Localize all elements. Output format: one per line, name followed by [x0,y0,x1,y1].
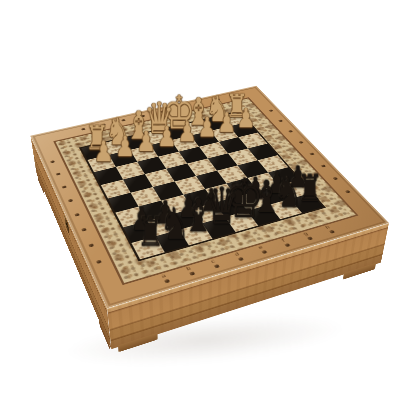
box-foot-front-right [343,263,376,280]
black-rook[interactable]: ♜ [131,207,170,251]
chess-box: abcdefgh ♜♞♝♛♚♝♞♜♟♟♟♟♟♟♟♟♟♟♟♟♟♟♟♟♜♞♝♛♚♝♞… [30,86,389,309]
white-pawn[interactable]: ♟ [86,134,120,166]
product-photo-scene: abcdefgh ♜♞♝♛♚♝♞♜♟♟♟♟♟♟♟♟♟♟♟♟♟♟♟♟♜♞♝♛♚♝♞… [0,0,400,400]
box-foot-back-left [37,174,45,196]
